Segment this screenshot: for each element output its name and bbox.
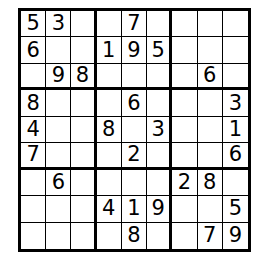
- sudoku-board: 537619598686348317266284195879: [18, 8, 251, 252]
- sudoku-cell-r8c6-given: 9: [147, 196, 172, 222]
- sudoku-cell-r3c4-empty[interactable]: [97, 64, 122, 90]
- sudoku-cell-r7c6-empty[interactable]: [147, 170, 172, 196]
- sudoku-cell-r6c9-given: 6: [223, 143, 248, 169]
- sudoku-cell-r8c3-empty[interactable]: [71, 196, 96, 222]
- sudoku-cell-r1c5-given: 7: [122, 11, 147, 37]
- sudoku-cell-r5c6-given: 3: [147, 117, 172, 143]
- sudoku-cell-r8c5-given: 1: [122, 196, 147, 222]
- sudoku-cell-r8c4-given: 4: [97, 196, 122, 222]
- sudoku-cell-r2c4-given: 1: [97, 37, 122, 63]
- sudoku-cell-r4c3-empty[interactable]: [71, 90, 96, 116]
- sudoku-cell-r7c9-empty[interactable]: [223, 170, 248, 196]
- sudoku-cell-r5c5-empty[interactable]: [122, 117, 147, 143]
- sudoku-cell-r6c2-empty[interactable]: [46, 143, 71, 169]
- sudoku-cell-r6c3-empty[interactable]: [71, 143, 96, 169]
- sudoku-cell-r5c7-empty[interactable]: [172, 117, 197, 143]
- sudoku-cell-r7c5-empty[interactable]: [122, 170, 147, 196]
- sudoku-cell-r3c2-given: 9: [46, 64, 71, 90]
- sudoku-cell-r7c1-empty[interactable]: [21, 170, 46, 196]
- sudoku-cell-r1c2-given: 3: [46, 11, 71, 37]
- sudoku-cell-r7c4-empty[interactable]: [97, 170, 122, 196]
- sudoku-cell-r5c3-empty[interactable]: [71, 117, 96, 143]
- sudoku-cell-r4c7-empty[interactable]: [172, 90, 197, 116]
- sudoku-cell-r4c2-empty[interactable]: [46, 90, 71, 116]
- sudoku-cell-r4c6-empty[interactable]: [147, 90, 172, 116]
- sudoku-cell-r1c9-empty[interactable]: [223, 11, 248, 37]
- sudoku-cell-r1c8-empty[interactable]: [198, 11, 223, 37]
- sudoku-cell-r9c9-given: 9: [223, 223, 248, 249]
- sudoku-cell-r4c5-given: 6: [122, 90, 147, 116]
- sudoku-cell-r8c8-empty[interactable]: [198, 196, 223, 222]
- sudoku-cell-r1c6-empty[interactable]: [147, 11, 172, 37]
- sudoku-cell-r9c8-given: 7: [198, 223, 223, 249]
- sudoku-cell-r9c6-empty[interactable]: [147, 223, 172, 249]
- sudoku-cell-r3c9-empty[interactable]: [223, 64, 248, 90]
- sudoku-cell-r4c1-given: 8: [21, 90, 46, 116]
- sudoku-cell-r3c7-empty[interactable]: [172, 64, 197, 90]
- sudoku-cell-r6c8-empty[interactable]: [198, 143, 223, 169]
- sudoku-cell-r5c4-given: 8: [97, 117, 122, 143]
- sudoku-cell-r2c7-empty[interactable]: [172, 37, 197, 63]
- sudoku-cell-r6c4-empty[interactable]: [97, 143, 122, 169]
- sudoku-cell-r5c8-empty[interactable]: [198, 117, 223, 143]
- sudoku-cell-r9c4-empty[interactable]: [97, 223, 122, 249]
- sudoku-cell-r2c6-given: 5: [147, 37, 172, 63]
- sudoku-cell-r2c9-empty[interactable]: [223, 37, 248, 63]
- sudoku-cell-r7c8-given: 8: [198, 170, 223, 196]
- sudoku-cell-r2c8-empty[interactable]: [198, 37, 223, 63]
- sudoku-cell-r9c7-empty[interactable]: [172, 223, 197, 249]
- sudoku-cell-r2c2-empty[interactable]: [46, 37, 71, 63]
- sudoku-cell-r6c7-empty[interactable]: [172, 143, 197, 169]
- sudoku-cell-r9c3-empty[interactable]: [71, 223, 96, 249]
- sudoku-cell-r8c2-empty[interactable]: [46, 196, 71, 222]
- sudoku-cell-r1c3-empty[interactable]: [71, 11, 96, 37]
- sudoku-cell-r7c3-empty[interactable]: [71, 170, 96, 196]
- sudoku-cell-r4c4-empty[interactable]: [97, 90, 122, 116]
- sudoku-cell-r2c5-given: 9: [122, 37, 147, 63]
- sudoku-cell-r1c7-empty[interactable]: [172, 11, 197, 37]
- sudoku-cell-r7c2-given: 6: [46, 170, 71, 196]
- sudoku-cell-r8c7-empty[interactable]: [172, 196, 197, 222]
- sudoku-cell-r9c2-empty[interactable]: [46, 223, 71, 249]
- sudoku-cell-r5c1-given: 4: [21, 117, 46, 143]
- sudoku-cell-r9c5-given: 8: [122, 223, 147, 249]
- sudoku-cell-r1c4-empty[interactable]: [97, 11, 122, 37]
- sudoku-cell-r3c6-empty[interactable]: [147, 64, 172, 90]
- sudoku-cell-r4c8-empty[interactable]: [198, 90, 223, 116]
- sudoku-cell-r2c3-empty[interactable]: [71, 37, 96, 63]
- sudoku-cell-r3c5-empty[interactable]: [122, 64, 147, 90]
- sudoku-cell-r8c1-empty[interactable]: [21, 196, 46, 222]
- sudoku-cell-r6c5-given: 2: [122, 143, 147, 169]
- sudoku-cell-r2c1-given: 6: [21, 37, 46, 63]
- sudoku-cell-r8c9-given: 5: [223, 196, 248, 222]
- sudoku-cell-r3c1-empty[interactable]: [21, 64, 46, 90]
- sudoku-cell-r9c1-empty[interactable]: [21, 223, 46, 249]
- sudoku-cell-r3c8-given: 6: [198, 64, 223, 90]
- sudoku-cell-r1c1-given: 5: [21, 11, 46, 37]
- sudoku-cell-r4c9-given: 3: [223, 90, 248, 116]
- sudoku-cell-r3c3-given: 8: [71, 64, 96, 90]
- sudoku-cell-r7c7-given: 2: [172, 170, 197, 196]
- sudoku-cell-r5c9-given: 1: [223, 117, 248, 143]
- sudoku-cell-r6c1-given: 7: [21, 143, 46, 169]
- sudoku-cell-r5c2-empty[interactable]: [46, 117, 71, 143]
- sudoku-cell-r6c6-empty[interactable]: [147, 143, 172, 169]
